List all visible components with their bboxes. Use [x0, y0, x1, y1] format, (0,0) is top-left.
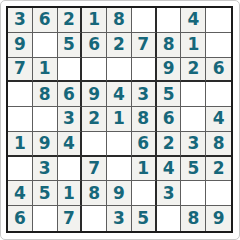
cell-r3c5[interactable]: [107, 58, 132, 83]
cell-r8c5[interactable]: 9: [107, 181, 132, 206]
cell-r5c3[interactable]: 3: [58, 107, 83, 132]
cell-r7c8[interactable]: 5: [181, 157, 206, 182]
cell-r5c7[interactable]: 6: [157, 107, 182, 132]
cell-r1c5[interactable]: 8: [107, 8, 132, 33]
cell-r7c6[interactable]: 1: [132, 157, 157, 182]
cell-r5c4[interactable]: 2: [82, 107, 107, 132]
cell-r2c4[interactable]: 6: [82, 33, 107, 58]
cell-r4c7[interactable]: 5: [157, 82, 182, 107]
cell-r9c5[interactable]: 3: [107, 206, 132, 231]
cell-r8c6[interactable]: [132, 181, 157, 206]
cell-r2c2[interactable]: [33, 33, 58, 58]
cell-r6c3[interactable]: 4: [58, 132, 83, 157]
cell-r4c4[interactable]: 9: [82, 82, 107, 107]
cell-r1c2[interactable]: 6: [33, 8, 58, 33]
cell-r7c4[interactable]: 7: [82, 157, 107, 182]
cell-r9c9[interactable]: 9: [206, 206, 231, 231]
cell-r4c8[interactable]: [181, 82, 206, 107]
cell-r1c6[interactable]: [132, 8, 157, 33]
cell-r1c1[interactable]: 3: [8, 8, 33, 33]
cell-r6c5[interactable]: [107, 132, 132, 157]
cell-r4c1[interactable]: [8, 82, 33, 107]
cell-r1c4[interactable]: 1: [82, 8, 107, 33]
cell-r6c2[interactable]: 9: [33, 132, 58, 157]
cell-r5c6[interactable]: 8: [132, 107, 157, 132]
cell-r1c9[interactable]: [206, 8, 231, 33]
cell-r8c4[interactable]: 8: [82, 181, 107, 206]
cell-r9c3[interactable]: 7: [58, 206, 83, 231]
cell-r3c2[interactable]: 1: [33, 58, 58, 83]
cell-r6c9[interactable]: 8: [206, 132, 231, 157]
cell-r7c9[interactable]: 2: [206, 157, 231, 182]
cell-r4c3[interactable]: 6: [58, 82, 83, 107]
cell-r8c9[interactable]: [206, 181, 231, 206]
cell-r8c2[interactable]: 5: [33, 181, 58, 206]
cell-r8c1[interactable]: 4: [8, 181, 33, 206]
cell-r8c8[interactable]: [181, 181, 206, 206]
cell-r9c6[interactable]: 5: [132, 206, 157, 231]
cell-r4c5[interactable]: 4: [107, 82, 132, 107]
cell-r3c7[interactable]: 9: [157, 58, 182, 83]
cell-r8c7[interactable]: 3: [157, 181, 182, 206]
cell-r2c5[interactable]: 2: [107, 33, 132, 58]
cell-r6c8[interactable]: 3: [181, 132, 206, 157]
cell-r2c6[interactable]: 7: [132, 33, 157, 58]
cell-r1c8[interactable]: 4: [181, 8, 206, 33]
cell-r2c3[interactable]: 5: [58, 33, 83, 58]
sudoku-board: 3621849562781719268694353218641946238371…: [6, 6, 233, 233]
cell-r4c6[interactable]: 3: [132, 82, 157, 107]
cell-r4c9[interactable]: [206, 82, 231, 107]
cell-r1c3[interactable]: 2: [58, 8, 83, 33]
cell-r5c2[interactable]: [33, 107, 58, 132]
cell-r3c6[interactable]: [132, 58, 157, 83]
cell-r5c8[interactable]: [181, 107, 206, 132]
cell-r3c8[interactable]: 2: [181, 58, 206, 83]
cell-r9c4[interactable]: [82, 206, 107, 231]
cell-r3c9[interactable]: 6: [206, 58, 231, 83]
cell-r8c3[interactable]: 1: [58, 181, 83, 206]
cell-r9c8[interactable]: 8: [181, 206, 206, 231]
cell-r3c4[interactable]: [82, 58, 107, 83]
cell-r2c7[interactable]: 8: [157, 33, 182, 58]
cell-r9c2[interactable]: [33, 206, 58, 231]
cell-r7c1[interactable]: [8, 157, 33, 182]
cell-r9c7[interactable]: [157, 206, 182, 231]
cell-r7c2[interactable]: 3: [33, 157, 58, 182]
cell-r7c7[interactable]: 4: [157, 157, 182, 182]
cell-r2c1[interactable]: 9: [8, 33, 33, 58]
cell-r6c6[interactable]: 6: [132, 132, 157, 157]
cell-r7c5[interactable]: [107, 157, 132, 182]
cell-r3c1[interactable]: 7: [8, 58, 33, 83]
sudoku-thumbnail: 3621849562781719268694353218641946238371…: [0, 0, 240, 240]
cell-r1c7[interactable]: [157, 8, 182, 33]
cell-r6c7[interactable]: 2: [157, 132, 182, 157]
cell-r6c4[interactable]: [82, 132, 107, 157]
cell-r6c1[interactable]: 1: [8, 132, 33, 157]
cell-r3c3[interactable]: [58, 58, 83, 83]
cell-r7c3[interactable]: [58, 157, 83, 182]
cell-r9c1[interactable]: 6: [8, 206, 33, 231]
cell-r5c9[interactable]: 4: [206, 107, 231, 132]
cell-r5c1[interactable]: [8, 107, 33, 132]
cell-r2c9[interactable]: [206, 33, 231, 58]
cell-r4c2[interactable]: 8: [33, 82, 58, 107]
cell-r5c5[interactable]: 1: [107, 107, 132, 132]
cell-r2c8[interactable]: 1: [181, 33, 206, 58]
